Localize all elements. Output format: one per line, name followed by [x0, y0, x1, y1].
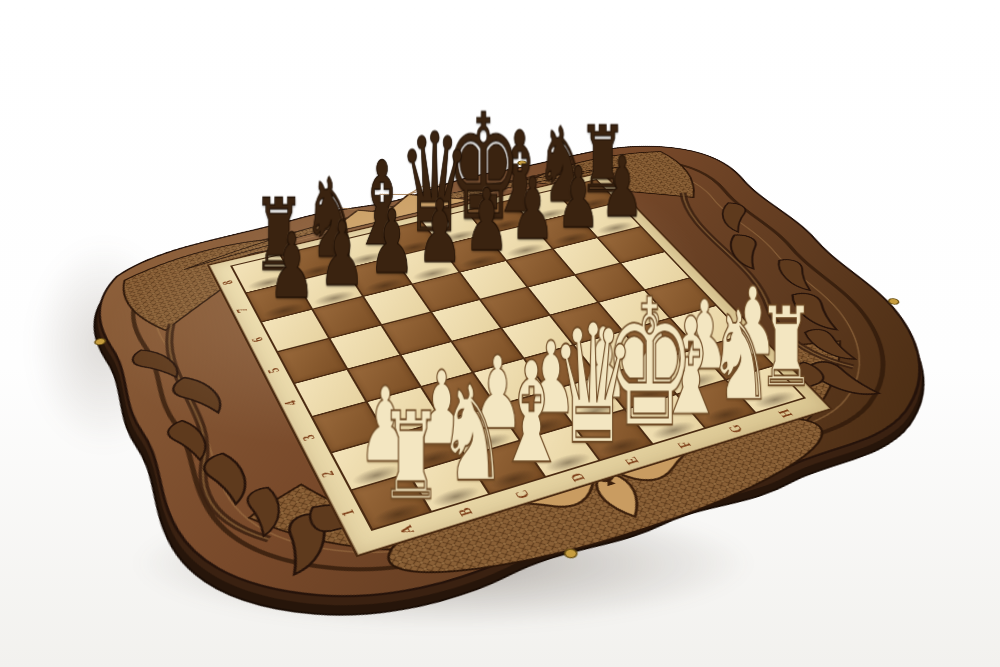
photo-scene: 87654321 ABCDEFGH ♜♞♝♛♚♝♞♜♟♟♟♟♟♟♟♟♟♟♟♟♟♟… — [0, 0, 1000, 667]
piece-black-pawn[interactable]: ♟ — [369, 203, 398, 284]
piece-black-pawn[interactable]: ♟ — [464, 181, 492, 260]
piece-white-rook[interactable]: ♜ — [380, 401, 415, 512]
piece-black-pawn[interactable]: ♟ — [319, 215, 348, 297]
piece-white-knight[interactable]: ♞ — [438, 373, 473, 495]
piece-black-pawn[interactable]: ♟ — [268, 226, 298, 309]
piece-black-pawn[interactable]: ♟ — [556, 160, 584, 238]
piece-black-pawn[interactable]: ♟ — [511, 171, 539, 249]
piece-black-pawn[interactable]: ♟ — [600, 150, 627, 227]
piece-black-pawn[interactable]: ♟ — [417, 192, 446, 272]
